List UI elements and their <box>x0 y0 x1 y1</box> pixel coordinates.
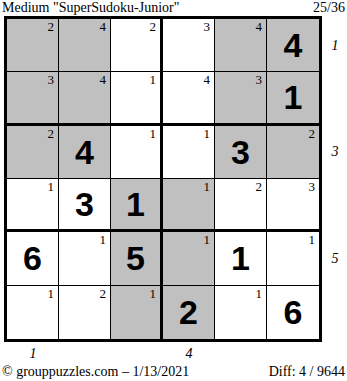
cell-r2c1[interactable]: 3 <box>7 72 59 125</box>
cell-r3c2[interactable]: 4 <box>59 126 111 179</box>
cell-r1c1[interactable]: 2 <box>7 19 59 72</box>
cell-value: 6 <box>284 295 303 329</box>
cell-r1c3[interactable]: 2 <box>111 19 163 72</box>
cell-r3c4[interactable]: 1 <box>163 126 215 179</box>
pencil-mark: 3 <box>256 73 263 86</box>
cell-r4c5[interactable]: 2 <box>215 179 267 232</box>
cell-r1c4[interactable]: 3 <box>163 19 215 72</box>
cell-r6c5[interactable]: 1 <box>215 286 267 339</box>
pencil-mark: 1 <box>309 233 316 246</box>
cell-r6c2[interactable]: 2 <box>59 286 111 339</box>
pencil-mark: 2 <box>150 20 157 33</box>
cell-r6c4[interactable]: 2 <box>163 286 215 339</box>
col-label-4: 4 <box>182 347 196 361</box>
cell-r2c3[interactable]: 1 <box>111 72 163 125</box>
cell-value: 3 <box>75 187 94 221</box>
cell-r6c3[interactable]: 1 <box>111 286 163 339</box>
cell-r3c3[interactable]: 1 <box>111 126 163 179</box>
pencil-mark: 1 <box>204 127 211 140</box>
row-label-5: 5 <box>328 252 342 266</box>
cell-r5c2[interactable]: 1 <box>59 232 111 285</box>
cell-r5c3[interactable]: 5 <box>111 232 163 285</box>
cell-r3c5[interactable]: 3 <box>215 126 267 179</box>
cell-value: 6 <box>23 241 42 275</box>
pencil-mark: 1 <box>204 233 211 246</box>
pencil-mark: 1 <box>48 287 55 300</box>
pencil-mark: 2 <box>256 180 263 193</box>
col-label-1: 1 <box>26 347 40 361</box>
pencil-mark: 1 <box>100 233 107 246</box>
page-title: Medium "SuperSudoku-Junior" <box>2 0 179 15</box>
cell-value: 4 <box>284 28 303 62</box>
sudoku-board: 242344341431241132131123615111121216 <box>4 16 322 342</box>
cell-r5c5[interactable]: 1 <box>215 232 267 285</box>
puzzle-counter: 25/36 <box>313 0 345 15</box>
cell-r4c4[interactable]: 1 <box>163 179 215 232</box>
cell-r5c6[interactable]: 1 <box>267 232 319 285</box>
cell-value: 1 <box>126 187 145 221</box>
pencil-mark: 1 <box>150 287 157 300</box>
cell-r5c4[interactable]: 1 <box>163 232 215 285</box>
pencil-mark: 3 <box>204 20 211 33</box>
cell-r6c1[interactable]: 1 <box>7 286 59 339</box>
cell-value: 2 <box>179 295 198 329</box>
copyright-text: © grouppuzzles.com – 1/13/2021 <box>2 364 189 380</box>
header: Medium "SuperSudoku-Junior" 25/36 <box>2 0 345 15</box>
pencil-mark: 1 <box>150 127 157 140</box>
cell-r1c2[interactable]: 4 <box>59 19 111 72</box>
pencil-mark: 4 <box>100 20 107 33</box>
row-label-1: 1 <box>328 39 342 53</box>
pencil-mark: 3 <box>309 180 316 193</box>
cell-r5c1[interactable]: 6 <box>7 232 59 285</box>
pencil-mark: 1 <box>150 73 157 86</box>
pencil-mark: 4 <box>100 73 107 86</box>
pencil-mark: 2 <box>48 20 55 33</box>
cell-value: 1 <box>231 241 250 275</box>
cell-r4c1[interactable]: 1 <box>7 179 59 232</box>
cell-r2c5[interactable]: 3 <box>215 72 267 125</box>
pencil-mark: 1 <box>48 180 55 193</box>
cell-value: 3 <box>231 135 250 169</box>
pencil-mark: 4 <box>204 73 211 86</box>
cell-r6c6[interactable]: 6 <box>267 286 319 339</box>
pencil-mark: 2 <box>100 287 107 300</box>
cell-value: 1 <box>284 80 303 114</box>
cell-r4c3[interactable]: 1 <box>111 179 163 232</box>
pencil-mark: 2 <box>48 127 55 140</box>
cell-r3c1[interactable]: 2 <box>7 126 59 179</box>
cell-value: 5 <box>126 241 145 275</box>
pencil-mark: 1 <box>204 180 211 193</box>
puzzle-page: Medium "SuperSudoku-Junior" 25/36 242344… <box>0 0 347 381</box>
cell-r2c2[interactable]: 4 <box>59 72 111 125</box>
pencil-mark: 4 <box>256 20 263 33</box>
pencil-mark: 3 <box>48 73 55 86</box>
cell-r1c6[interactable]: 4 <box>267 19 319 72</box>
cell-r2c6[interactable]: 1 <box>267 72 319 125</box>
cell-r3c6[interactable]: 2 <box>267 126 319 179</box>
row-label-3: 3 <box>328 145 342 159</box>
cell-r1c5[interactable]: 4 <box>215 19 267 72</box>
cell-r4c2[interactable]: 3 <box>59 179 111 232</box>
pencil-mark: 1 <box>256 287 263 300</box>
cell-r4c6[interactable]: 3 <box>267 179 319 232</box>
footer: © grouppuzzles.com – 1/13/2021 Diff: 4 /… <box>2 364 345 380</box>
cell-value: 4 <box>75 135 94 169</box>
pencil-mark: 2 <box>309 127 316 140</box>
difficulty-text: Diff: 4 / 9644 <box>269 364 345 380</box>
cell-r2c4[interactable]: 4 <box>163 72 215 125</box>
